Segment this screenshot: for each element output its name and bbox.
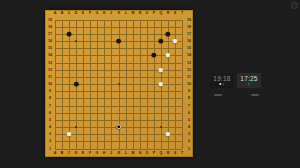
coordinate-label: 1	[187, 147, 189, 151]
clock-left: 19:18	[210, 73, 234, 88]
coordinate-label: 13	[47, 61, 51, 65]
white-stone: ●	[156, 65, 166, 75]
coordinate-label: L	[124, 151, 126, 155]
coordinate-label: O	[145, 11, 148, 15]
coordinate-label: P	[153, 11, 155, 15]
coordinate-label: 7	[48, 104, 50, 108]
coordinate-label: R	[167, 151, 170, 155]
coordinate-label: 11	[187, 75, 191, 79]
coordinate-label: 2	[187, 140, 189, 144]
coordinate-label: S	[174, 151, 176, 155]
coordinate-label: 13	[186, 61, 190, 65]
go-board[interactable]: AABBCCDDEEFFGGHHJJKKLLMMNNOOPPQQRRSSTT19…	[45, 10, 193, 157]
star-point	[160, 126, 162, 128]
coordinate-label: 10	[47, 82, 51, 86]
grid-line	[133, 20, 134, 149]
coordinate-label: 15	[186, 46, 190, 50]
black-stone: ●	[64, 29, 74, 39]
coordinate-label: 19	[186, 18, 190, 22]
coordinate-label: 3	[48, 132, 50, 136]
coordinate-label: C	[68, 151, 71, 155]
coordinate-label: R	[167, 11, 170, 15]
coordinate-label: 5	[187, 118, 189, 122]
coordinate-label: 4	[48, 125, 50, 129]
coordinate-label: H	[103, 151, 106, 155]
coordinate-label: 8	[187, 97, 189, 101]
coordinate-label: J	[110, 11, 112, 15]
coordinate-label: 18	[186, 25, 190, 29]
grid-line	[55, 113, 182, 114]
coordinate-label: H	[103, 11, 106, 15]
coordinate-label: 17	[47, 32, 51, 36]
coordinate-label: 16	[47, 39, 51, 43]
grid-line	[154, 20, 155, 149]
coordinate-label: 3	[187, 132, 189, 136]
coordinate-label: 5	[48, 118, 50, 122]
coordinate-label: E	[82, 151, 84, 155]
clock-right: 17:25	[237, 73, 261, 88]
coordinate-label: Q	[159, 11, 162, 15]
coordinate-label: 14	[186, 54, 190, 58]
coordinate-label: 15	[47, 46, 51, 50]
coordinate-label: L	[124, 11, 126, 15]
star-point	[75, 126, 77, 128]
dash-button-left[interactable]	[214, 94, 222, 96]
grid-line	[55, 98, 182, 99]
black-stone: ●	[71, 79, 81, 89]
coordinate-label: Q	[159, 151, 162, 155]
coordinate-label: B	[61, 151, 64, 155]
coordinate-label: K	[117, 11, 120, 15]
coordinate-label: 11	[48, 75, 52, 79]
coordinate-label: 6	[48, 111, 50, 115]
grid-line	[182, 20, 183, 149]
coordinate-label: 2	[48, 140, 50, 144]
grid-line	[55, 141, 182, 142]
coordinate-label: G	[96, 11, 99, 15]
stone-pair-icon	[219, 83, 224, 85]
coordinate-label: B	[61, 11, 64, 15]
clock-right-time: 17:25	[237, 75, 261, 82]
black-stone: ●	[156, 36, 166, 46]
coordinate-label: M	[131, 151, 134, 155]
coordinate-label: 9	[48, 89, 50, 93]
coordinate-label: 17	[186, 32, 190, 36]
coordinate-label: N	[138, 11, 141, 15]
grid-line	[55, 106, 182, 107]
coordinate-label: 4	[187, 125, 189, 129]
grid-line	[55, 149, 182, 150]
white-stone: ●	[163, 129, 173, 139]
coordinate-label: E	[82, 11, 84, 15]
coordinate-label: 12	[47, 68, 51, 72]
coordinate-label: 7	[187, 104, 189, 108]
coordinate-label: D	[75, 11, 78, 15]
coordinate-label: 10	[186, 82, 190, 86]
black-stone-icon	[222, 83, 224, 85]
settings-icon[interactable]	[291, 2, 298, 9]
coordinate-label: F	[89, 11, 91, 15]
coordinate-label: P	[153, 151, 155, 155]
coordinate-label: K	[117, 151, 120, 155]
grid-line	[147, 20, 148, 149]
coordinate-label: G	[96, 151, 99, 155]
white-stone: ●	[170, 36, 180, 46]
black-stone: ●	[114, 36, 124, 46]
coordinate-label: J	[110, 151, 112, 155]
dot-icon	[248, 83, 250, 85]
coordinate-label: 14	[47, 54, 51, 58]
coordinate-label: 9	[187, 89, 189, 93]
coordinate-label: 8	[48, 97, 50, 101]
white-stone: ●	[163, 50, 173, 60]
coordinate-label: 18	[47, 25, 51, 29]
black-stone: ●	[149, 50, 159, 60]
coordinate-label: S	[174, 11, 176, 15]
coordinate-label: 16	[186, 39, 190, 43]
dash-button-right[interactable]	[251, 94, 259, 96]
coordinate-label: N	[138, 151, 141, 155]
coordinate-label: T	[181, 151, 183, 155]
star-point	[118, 83, 120, 85]
coordinate-label: 19	[47, 18, 51, 22]
coordinate-label: F	[89, 151, 91, 155]
coordinate-label: 1	[48, 147, 50, 151]
grid-line	[55, 91, 182, 92]
coordinate-label: A	[54, 151, 57, 155]
coordinate-label: O	[145, 151, 148, 155]
clock-left-time: 19:18	[210, 75, 234, 82]
coordinate-label: C	[68, 11, 71, 15]
coordinate-label: D	[75, 151, 78, 155]
grid-line	[140, 20, 141, 149]
coordinate-label: A	[54, 11, 57, 15]
coordinate-label: 6	[187, 111, 189, 115]
coordinate-label: T	[181, 11, 183, 15]
grid-line	[126, 20, 127, 149]
star-point	[75, 40, 77, 42]
coordinate-label: M	[131, 11, 134, 15]
coordinate-label: 12	[186, 68, 190, 72]
white-stone: ●	[64, 129, 74, 139]
white-stone: ●	[156, 79, 166, 89]
app-background: AABBCCDDEEFFGGHHJJKKLLMMNNOOPPQQRRSSTT19…	[0, 0, 300, 168]
